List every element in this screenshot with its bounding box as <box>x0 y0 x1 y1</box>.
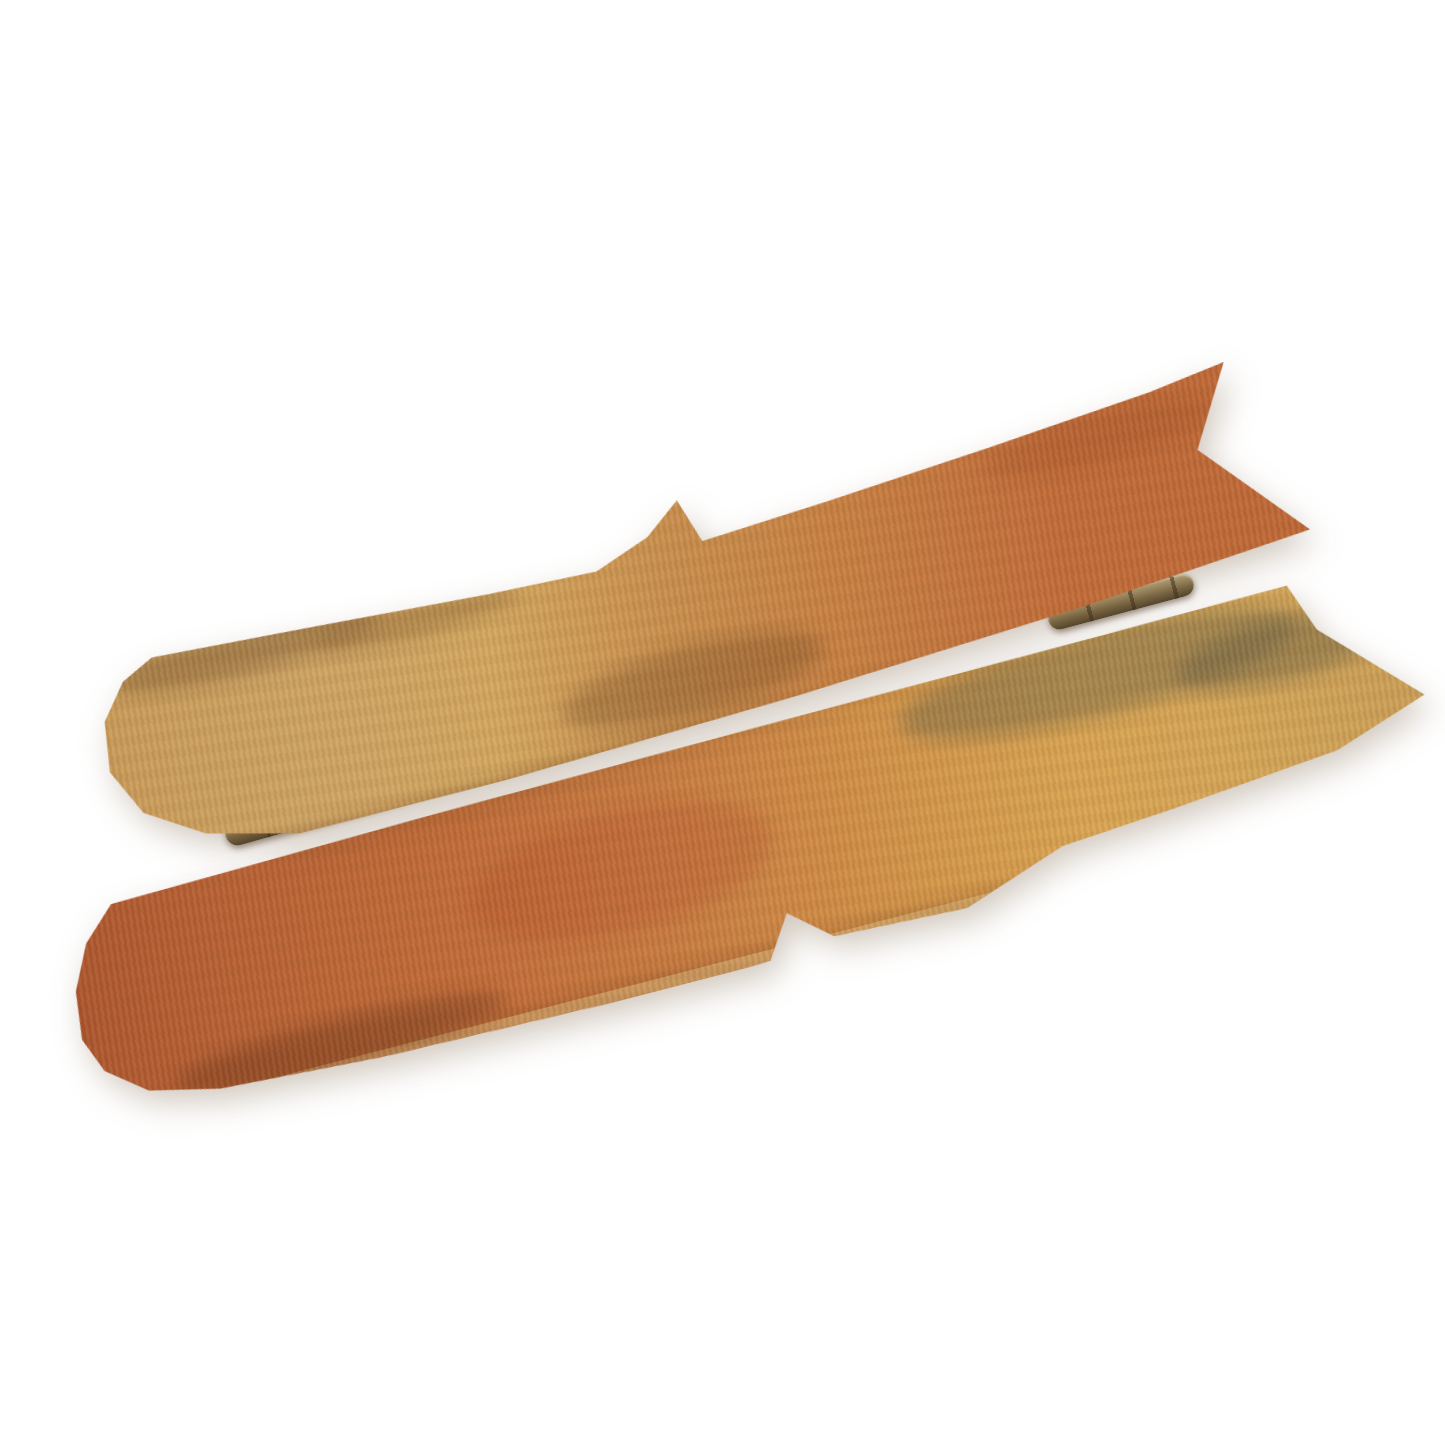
wood-grain-streak <box>104 592 386 709</box>
wood-grain-streak <box>977 383 1222 493</box>
product-photo-stage <box>0 0 1445 1445</box>
wood-grain-streak <box>312 577 523 662</box>
wood-grain-streak <box>171 977 512 1107</box>
wood-grain-streak <box>1168 592 1397 707</box>
wood-grain-streak <box>457 774 787 968</box>
